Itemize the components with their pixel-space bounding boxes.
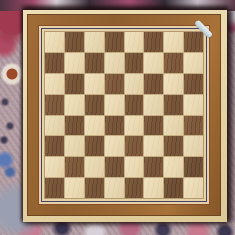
square-c1[interactable]	[85, 178, 104, 198]
square-e1[interactable]	[125, 178, 144, 198]
square-c3[interactable]	[85, 136, 104, 156]
square-e5[interactable]	[125, 95, 144, 115]
square-c6[interactable]	[85, 74, 104, 94]
square-d6[interactable]	[105, 74, 124, 94]
square-f6[interactable]	[144, 74, 163, 94]
square-d2[interactable]	[105, 157, 124, 177]
square-b3[interactable]	[65, 136, 84, 156]
square-h8[interactable]	[184, 32, 203, 52]
square-f7[interactable]	[144, 53, 163, 73]
board-inner-margin	[38, 25, 210, 205]
square-g7[interactable]	[164, 53, 183, 73]
square-g5[interactable]	[164, 95, 183, 115]
square-h7[interactable]	[184, 53, 203, 73]
square-a3[interactable]	[45, 136, 64, 156]
board-pinstripe-border	[41, 28, 207, 202]
square-a4[interactable]	[45, 116, 64, 136]
square-f4[interactable]	[144, 116, 163, 136]
square-a2[interactable]	[45, 157, 64, 177]
square-h5[interactable]	[184, 95, 203, 115]
square-a1[interactable]	[45, 178, 64, 198]
square-f8[interactable]	[144, 32, 163, 52]
square-b1[interactable]	[65, 178, 84, 198]
square-e8[interactable]	[125, 32, 144, 52]
board-frame	[27, 14, 221, 216]
square-a6[interactable]	[45, 74, 64, 94]
scene	[0, 0, 235, 235]
square-f2[interactable]	[144, 157, 163, 177]
square-c4[interactable]	[85, 116, 104, 136]
square-b5[interactable]	[65, 95, 84, 115]
square-c8[interactable]	[85, 32, 104, 52]
square-c7[interactable]	[85, 53, 104, 73]
square-d7[interactable]	[105, 53, 124, 73]
square-b8[interactable]	[65, 32, 84, 52]
square-d8[interactable]	[105, 32, 124, 52]
square-a8[interactable]	[45, 32, 64, 52]
square-d4[interactable]	[105, 116, 124, 136]
square-e2[interactable]	[125, 157, 144, 177]
square-g6[interactable]	[164, 74, 183, 94]
square-h4[interactable]	[184, 116, 203, 136]
square-g4[interactable]	[164, 116, 183, 136]
square-b4[interactable]	[65, 116, 84, 136]
square-b7[interactable]	[65, 53, 84, 73]
square-g1[interactable]	[164, 178, 183, 198]
square-e6[interactable]	[125, 74, 144, 94]
square-c2[interactable]	[85, 157, 104, 177]
square-g3[interactable]	[164, 136, 183, 156]
square-a7[interactable]	[45, 53, 64, 73]
square-e4[interactable]	[125, 116, 144, 136]
square-a5[interactable]	[45, 95, 64, 115]
square-h6[interactable]	[184, 74, 203, 94]
board-grid	[44, 31, 204, 199]
square-b6[interactable]	[65, 74, 84, 94]
square-e3[interactable]	[125, 136, 144, 156]
square-d3[interactable]	[105, 136, 124, 156]
square-d1[interactable]	[105, 178, 124, 198]
square-f3[interactable]	[144, 136, 163, 156]
square-f1[interactable]	[144, 178, 163, 198]
square-g8[interactable]	[164, 32, 183, 52]
square-h1[interactable]	[184, 178, 203, 198]
square-c5[interactable]	[85, 95, 104, 115]
square-g2[interactable]	[164, 157, 183, 177]
square-b2[interactable]	[65, 157, 84, 177]
square-e7[interactable]	[125, 53, 144, 73]
chessboard	[23, 10, 227, 222]
square-h3[interactable]	[184, 136, 203, 156]
square-h2[interactable]	[184, 157, 203, 177]
square-d5[interactable]	[105, 95, 124, 115]
square-f5[interactable]	[144, 95, 163, 115]
